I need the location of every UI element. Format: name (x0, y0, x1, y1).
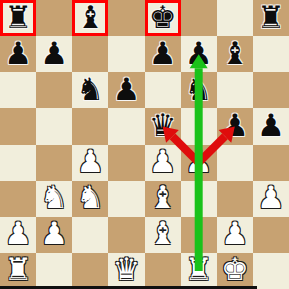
square-c7[interactable] (72, 36, 108, 72)
square-d2[interactable] (108, 217, 144, 253)
piece-white-rook[interactable]: ♜ (185, 254, 213, 285)
piece-white-pawn[interactable]: ♟ (149, 146, 177, 177)
piece-white-queen[interactable]: ♛ (113, 254, 141, 285)
square-b2[interactable]: ♟ (36, 217, 72, 253)
square-f8[interactable] (181, 0, 217, 36)
piece-black-pawn[interactable]: ♟ (257, 110, 285, 141)
square-b6[interactable] (36, 72, 72, 108)
square-a4[interactable] (0, 145, 36, 181)
square-f6[interactable]: ♞ (181, 72, 217, 108)
square-b3[interactable]: ♞ (36, 181, 72, 217)
square-c8[interactable]: ♝ (72, 0, 108, 36)
square-d6[interactable]: ♟ (108, 72, 144, 108)
board-squares: ♜♝♚♜♟♟♟♟♝♞♟♞♛♟♟♟♟♟♞♞♝♟♟♟♝♟♜♛♜♚ (0, 0, 289, 289)
piece-white-rook[interactable]: ♜ (4, 254, 32, 285)
square-h5[interactable]: ♟ (253, 108, 289, 144)
square-f5[interactable] (181, 108, 217, 144)
square-c6[interactable]: ♞ (72, 72, 108, 108)
piece-black-bishop[interactable]: ♝ (76, 2, 104, 33)
square-c2[interactable] (72, 217, 108, 253)
piece-white-pawn[interactable]: ♟ (76, 146, 104, 177)
square-f2[interactable] (181, 217, 217, 253)
square-h1[interactable] (253, 253, 289, 289)
piece-white-bishop[interactable]: ♝ (149, 218, 177, 249)
square-a5[interactable] (0, 108, 36, 144)
square-d3[interactable] (108, 181, 144, 217)
piece-black-pawn[interactable]: ♟ (185, 38, 213, 69)
square-e3[interactable]: ♝ (145, 181, 181, 217)
square-h2[interactable] (253, 217, 289, 253)
piece-white-pawn[interactable]: ♟ (40, 218, 68, 249)
square-e1[interactable] (145, 253, 181, 289)
square-e5[interactable]: ♛ (145, 108, 181, 144)
piece-black-pawn[interactable]: ♟ (221, 110, 249, 141)
square-a6[interactable] (0, 72, 36, 108)
square-a2[interactable]: ♟ (0, 217, 36, 253)
chess-board: ♜♝♚♜♟♟♟♟♝♞♟♞♛♟♟♟♟♟♞♞♝♟♟♟♝♟♜♛♜♚ (0, 0, 289, 289)
square-a8[interactable]: ♜ (0, 0, 36, 36)
piece-white-pawn[interactable]: ♟ (257, 182, 285, 213)
square-d7[interactable] (108, 36, 144, 72)
square-b1[interactable] (36, 253, 72, 289)
square-g3[interactable] (217, 181, 253, 217)
square-d4[interactable] (108, 145, 144, 181)
piece-black-rook[interactable]: ♜ (4, 2, 32, 33)
square-h6[interactable] (253, 72, 289, 108)
square-f4[interactable]: ♟ (181, 145, 217, 181)
square-b5[interactable] (36, 108, 72, 144)
square-f1[interactable]: ♜ (181, 253, 217, 289)
piece-black-pawn[interactable]: ♟ (113, 74, 141, 105)
square-a7[interactable]: ♟ (0, 36, 36, 72)
piece-black-pawn[interactable]: ♟ (149, 38, 177, 69)
square-d8[interactable] (108, 0, 144, 36)
piece-black-king[interactable]: ♚ (149, 2, 177, 33)
piece-black-queen[interactable]: ♛ (149, 110, 177, 141)
square-h8[interactable]: ♜ (253, 0, 289, 36)
square-h7[interactable] (253, 36, 289, 72)
square-c3[interactable]: ♞ (72, 181, 108, 217)
piece-white-king[interactable]: ♚ (221, 254, 249, 285)
square-b8[interactable] (36, 0, 72, 36)
square-e7[interactable]: ♟ (145, 36, 181, 72)
square-c4[interactable]: ♟ (72, 145, 108, 181)
square-a1[interactable]: ♜ (0, 253, 36, 289)
piece-black-pawn[interactable]: ♟ (4, 38, 32, 69)
square-c5[interactable] (72, 108, 108, 144)
square-e4[interactable]: ♟ (145, 145, 181, 181)
piece-black-knight[interactable]: ♞ (76, 74, 104, 105)
square-f7[interactable]: ♟ (181, 36, 217, 72)
piece-white-pawn[interactable]: ♟ (185, 146, 213, 177)
square-g6[interactable] (217, 72, 253, 108)
square-c1[interactable] (72, 253, 108, 289)
square-d1[interactable]: ♛ (108, 253, 144, 289)
square-h3[interactable]: ♟ (253, 181, 289, 217)
piece-white-pawn[interactable]: ♟ (221, 218, 249, 249)
square-g4[interactable] (217, 145, 253, 181)
square-e8[interactable]: ♚ (145, 0, 181, 36)
square-g8[interactable] (217, 0, 253, 36)
square-a3[interactable] (0, 181, 36, 217)
piece-white-knight[interactable]: ♞ (40, 182, 68, 213)
square-e6[interactable] (145, 72, 181, 108)
piece-black-pawn[interactable]: ♟ (40, 38, 68, 69)
square-g5[interactable]: ♟ (217, 108, 253, 144)
piece-white-bishop[interactable]: ♝ (149, 182, 177, 213)
piece-black-knight[interactable]: ♞ (185, 74, 213, 105)
piece-black-rook[interactable]: ♜ (257, 2, 285, 33)
piece-white-pawn[interactable]: ♟ (4, 218, 32, 249)
square-g7[interactable]: ♝ (217, 36, 253, 72)
square-g1[interactable]: ♚ (217, 253, 253, 289)
piece-white-knight[interactable]: ♞ (76, 182, 104, 213)
square-d5[interactable] (108, 108, 144, 144)
square-b7[interactable]: ♟ (36, 36, 72, 72)
square-e2[interactable]: ♝ (145, 217, 181, 253)
square-f3[interactable] (181, 181, 217, 217)
piece-black-bishop[interactable]: ♝ (221, 38, 249, 69)
square-g2[interactable]: ♟ (217, 217, 253, 253)
square-b4[interactable] (36, 145, 72, 181)
square-h4[interactable] (253, 145, 289, 181)
